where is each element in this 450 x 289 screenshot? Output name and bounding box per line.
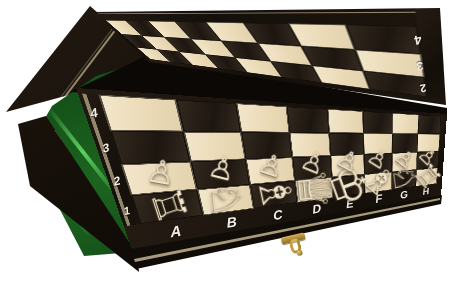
rank-label-3: 3 — [102, 141, 109, 154]
board-square-c4 — [236, 103, 289, 132]
rank-label-1: 1 — [124, 205, 131, 217]
board-square-e4 — [328, 109, 364, 133]
file-label-A: A — [170, 222, 182, 239]
rank-label-2: 2 — [113, 174, 120, 187]
board-square-b4 — [175, 99, 241, 132]
board-square-f4 — [363, 111, 393, 133]
clasp-knob — [296, 249, 303, 256]
clasp — [278, 228, 318, 265]
board-square-h4 — [418, 115, 441, 134]
chess-set-photo: ABCDEFGH 4321 432 ♖♘♗♕♔♗♘♖♙♙♙♙♙♙♙♙ — [0, 0, 450, 289]
rank-label-4: 4 — [90, 106, 98, 121]
board-square-g4 — [392, 113, 418, 134]
piece-white-pawn-a2: ♙ — [144, 154, 178, 190]
board-square-d4 — [286, 106, 329, 133]
board-square-a4 — [98, 95, 182, 132]
